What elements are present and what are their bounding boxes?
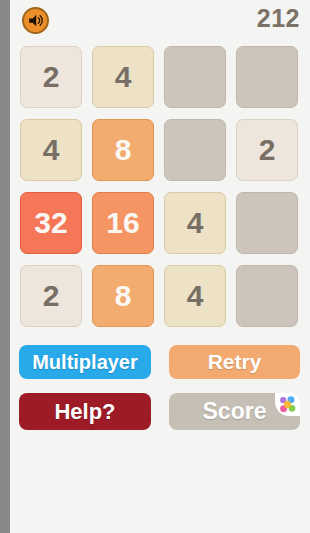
tile-r3c4	[236, 192, 298, 254]
tile-r3c3: 4	[164, 192, 226, 254]
tile-r1c1: 2	[20, 46, 82, 108]
score-button[interactable]: Score	[169, 393, 300, 430]
tile-r2c2: 8	[92, 119, 154, 181]
tile-r1c2: 4	[92, 46, 154, 108]
score-button-label: Score	[203, 398, 267, 425]
speaker-loud-icon	[27, 12, 44, 29]
tile-r1c4	[236, 46, 298, 108]
tile-r4c3: 4	[164, 265, 226, 327]
score-value: 212	[257, 4, 300, 33]
tile-r3c2: 16	[92, 192, 154, 254]
retry-button[interactable]: Retry	[169, 345, 300, 379]
multiplayer-button[interactable]: Multiplayer	[19, 345, 151, 379]
tile-r4c2: 8	[92, 265, 154, 327]
tile-r2c4: 2	[236, 119, 298, 181]
tile-r2c1: 4	[20, 119, 82, 181]
sound-button[interactable]	[22, 7, 49, 34]
tile-r4c4	[236, 265, 298, 327]
board[interactable]: 2448232164284	[20, 46, 298, 327]
tile-r2c3	[164, 119, 226, 181]
app-screen: 212 2448232164284 Multiplayer Retry Help…	[10, 0, 310, 533]
tile-r3c1: 32	[20, 192, 82, 254]
game-center-icon	[275, 393, 300, 416]
tile-r4c1: 2	[20, 265, 82, 327]
tile-r1c3	[164, 46, 226, 108]
help-button[interactable]: Help?	[19, 393, 151, 430]
